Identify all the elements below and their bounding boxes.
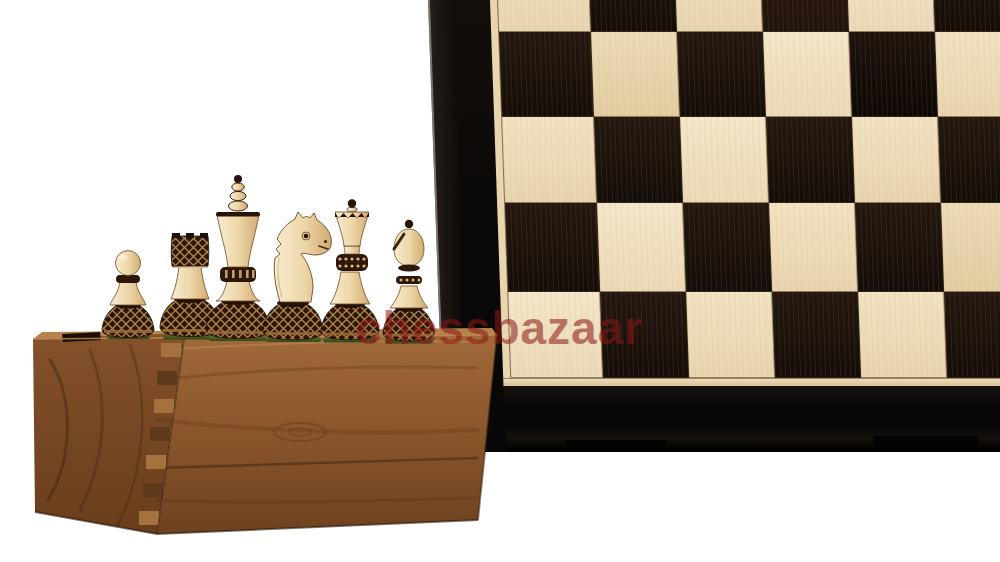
bishop-top-knob bbox=[405, 220, 413, 228]
rook-turret bbox=[171, 236, 209, 266]
knight-nostril bbox=[324, 240, 327, 243]
bishop-mitre bbox=[394, 229, 424, 266]
chess-pieces-row: pawn rook bbox=[102, 175, 434, 344]
piece-knight: knight bbox=[263, 212, 331, 342]
piece-queen: queen bbox=[321, 199, 379, 342]
wooden-box bbox=[33, 328, 497, 534]
king-body bbox=[216, 281, 260, 301]
box-and-pieces: pawn rook bbox=[0, 0, 1000, 562]
knight-head bbox=[274, 212, 331, 302]
bishop-body bbox=[390, 286, 428, 308]
queen-collar bbox=[336, 254, 368, 271]
product-photo-scene: pawn rook bbox=[0, 0, 1000, 562]
king-finial bbox=[229, 175, 248, 211]
piece-king: king bbox=[206, 175, 270, 341]
pawn-collar bbox=[116, 275, 140, 283]
pawn-ball bbox=[116, 251, 141, 276]
knight-eye-icon bbox=[304, 234, 309, 239]
queen-coronet bbox=[335, 212, 369, 246]
king-crown bbox=[217, 215, 259, 267]
piece-pawn: pawn bbox=[102, 251, 154, 340]
rook-column bbox=[171, 267, 209, 299]
queen-top-knob bbox=[348, 199, 356, 207]
piece-bishop: bishop bbox=[383, 220, 434, 344]
pawn-body bbox=[110, 282, 146, 305]
queen-body bbox=[330, 272, 370, 304]
